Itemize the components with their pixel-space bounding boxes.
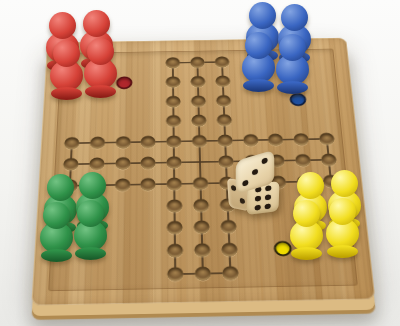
pieces-layer [0, 0, 400, 326]
die-pip [254, 196, 260, 202]
die-pip [240, 198, 245, 204]
blue-peg[interactable] [241, 32, 275, 92]
die-pip [243, 179, 249, 186]
die-pip [254, 205, 260, 211]
wooden-die[interactable] [228, 158, 282, 214]
die-pip [261, 158, 267, 165]
red-peg[interactable] [49, 40, 83, 100]
ludo-board-scene [0, 0, 400, 326]
die-pip [265, 194, 271, 200]
red-peg[interactable] [83, 38, 117, 98]
yellow-peg[interactable] [325, 198, 359, 258]
blue-peg[interactable] [275, 34, 309, 94]
die-pip [266, 185, 272, 191]
die-pip [252, 169, 258, 176]
yellow-peg[interactable] [289, 200, 323, 260]
green-peg[interactable] [39, 202, 73, 262]
die-pip [265, 203, 271, 209]
green-peg[interactable] [73, 200, 107, 260]
